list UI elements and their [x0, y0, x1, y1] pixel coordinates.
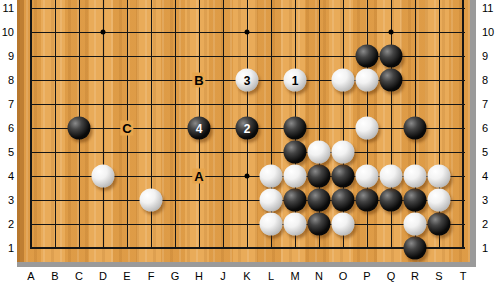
move-number-3: 3	[244, 74, 251, 86]
board-edge-grain	[17, 0, 24, 262]
column-label-A: A	[27, 271, 34, 282]
move-number-1: 1	[292, 74, 299, 86]
stone-black-P3	[356, 189, 379, 212]
column-label-C: C	[75, 271, 83, 282]
stone-white-M8: 1	[284, 69, 307, 92]
board-shadow-right	[470, 0, 476, 267]
stone-white-S3	[428, 189, 451, 212]
stone-white-N5	[308, 141, 331, 164]
stone-white-O5	[332, 141, 355, 164]
stone-black-Q8	[380, 69, 403, 92]
grid-line-row-1	[30, 247, 465, 249]
column-label-P: P	[363, 271, 370, 282]
row-label-left-3: 3	[0, 195, 14, 206]
board-surface[interactable]: 4231 ABC	[17, 0, 470, 262]
column-label-T: T	[460, 271, 467, 282]
point-label-A: A	[192, 169, 205, 184]
grid-line-col-G	[175, 0, 176, 248]
stone-black-N2	[308, 213, 331, 236]
row-label-right-8: 8	[482, 75, 488, 86]
stone-black-M5	[284, 141, 307, 164]
stone-white-M4	[284, 165, 307, 188]
grid-line-row-2	[30, 224, 465, 225]
stone-black-N4	[308, 165, 331, 188]
star-point-D10	[101, 30, 106, 35]
stone-white-P8	[356, 69, 379, 92]
row-label-right-2: 2	[482, 219, 488, 230]
row-label-left-6: 6	[0, 123, 14, 134]
row-label-right-9: 9	[482, 51, 488, 62]
stone-black-R3	[404, 189, 427, 212]
stone-white-D4	[92, 165, 115, 188]
go-board-app: 4231 ABC 1110987654321 1110987654321 ABC…	[0, 0, 500, 284]
row-label-left-2: 2	[0, 219, 14, 230]
stone-black-R1	[404, 237, 427, 260]
stone-black-O3	[332, 189, 355, 212]
stone-black-Q3	[380, 189, 403, 212]
star-point-Q10	[389, 30, 394, 35]
stone-white-L3	[260, 189, 283, 212]
stone-white-R2	[404, 213, 427, 236]
stone-white-L4	[260, 165, 283, 188]
row-label-right-10: 10	[482, 27, 494, 38]
stone-black-P9	[356, 45, 379, 68]
grid-line-col-T	[462, 0, 464, 248]
grid-line-row-11	[30, 8, 465, 9]
row-label-left-1: 1	[0, 243, 14, 254]
stone-black-M6	[284, 117, 307, 140]
column-label-F: F	[148, 271, 155, 282]
row-label-right-3: 3	[482, 195, 488, 206]
point-label-B: B	[192, 73, 205, 88]
column-label-O: O	[339, 271, 348, 282]
row-label-right-11: 11	[482, 3, 493, 14]
column-label-B: B	[51, 271, 58, 282]
column-label-G: G	[171, 271, 180, 282]
stone-black-R6	[404, 117, 427, 140]
row-label-left-5: 5	[0, 147, 14, 158]
row-label-left-4: 4	[0, 171, 14, 182]
stone-white-M2	[284, 213, 307, 236]
point-label-C: C	[120, 121, 133, 136]
row-label-right-5: 5	[482, 147, 488, 158]
column-label-N: N	[315, 271, 323, 282]
stone-black-S2	[428, 213, 451, 236]
move-number-2: 2	[244, 122, 251, 134]
stone-black-C6	[68, 117, 91, 140]
grid-line-col-J	[223, 0, 224, 248]
grid-line-row-7	[30, 104, 465, 105]
stone-white-L2	[260, 213, 283, 236]
row-label-left-10: 10	[0, 27, 14, 38]
column-label-M: M	[290, 271, 299, 282]
stone-white-P4	[356, 165, 379, 188]
stone-white-R4	[404, 165, 427, 188]
stone-white-F3	[140, 189, 163, 212]
grid-line-col-B	[55, 0, 56, 248]
stone-black-H6: 4	[188, 117, 211, 140]
column-label-K: K	[243, 271, 250, 282]
column-label-L: L	[268, 271, 274, 282]
stone-white-O2	[332, 213, 355, 236]
column-label-Q: Q	[387, 271, 396, 282]
column-label-H: H	[195, 271, 203, 282]
stone-black-N3	[308, 189, 331, 212]
row-label-left-7: 7	[0, 99, 14, 110]
row-label-left-11: 11	[0, 3, 14, 14]
row-label-left-9: 9	[0, 51, 14, 62]
star-point-K10	[245, 30, 250, 35]
stone-white-O8	[332, 69, 355, 92]
stone-black-M3	[284, 189, 307, 212]
column-label-R: R	[411, 271, 419, 282]
stone-black-Q9	[380, 45, 403, 68]
row-label-right-4: 4	[482, 171, 488, 182]
stone-white-Q4	[380, 165, 403, 188]
row-label-left-8: 8	[0, 75, 14, 86]
row-label-right-6: 6	[482, 123, 488, 134]
stone-black-K6: 2	[236, 117, 259, 140]
stone-white-S4	[428, 165, 451, 188]
star-point-K4	[245, 174, 250, 179]
column-label-E: E	[123, 271, 130, 282]
row-label-right-1: 1	[482, 243, 488, 254]
grid-line-col-D	[103, 0, 104, 248]
stone-white-P6	[356, 117, 379, 140]
column-label-J: J	[220, 271, 226, 282]
board-shadow-bottom	[17, 262, 476, 267]
move-number-4: 4	[196, 122, 203, 134]
stone-white-K8: 3	[236, 69, 259, 92]
grid-line-col-A	[30, 0, 32, 248]
row-label-right-7: 7	[482, 99, 488, 110]
stone-black-O4	[332, 165, 355, 188]
grid-line-row-5	[30, 152, 465, 153]
column-label-D: D	[99, 271, 107, 282]
column-label-S: S	[435, 271, 442, 282]
